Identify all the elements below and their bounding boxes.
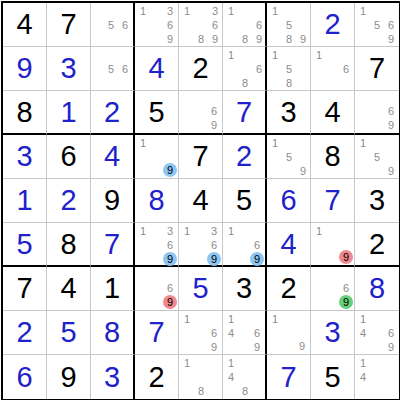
cell-r3c9[interactable]: 69	[355, 91, 399, 135]
candidate-grid: 56	[92, 4, 132, 45]
candidate-9-highlight-green: 9	[339, 295, 353, 309]
cell-r7c4[interactable]: 69	[135, 267, 179, 311]
candidate-9: 9	[384, 164, 398, 178]
solved-digit: 2	[60, 186, 76, 215]
cell-r4c1[interactable]: 3	[3, 135, 47, 179]
cell-r3c3[interactable]: 2	[91, 91, 135, 135]
cell-r5c9[interactable]: 3	[355, 179, 399, 223]
candidate-9-highlight-blue: 9	[163, 163, 177, 177]
candidate-grid: 19	[136, 136, 177, 177]
sudoku-board: 4756136913689168915892156993564216815816…	[1, 1, 400, 400]
candidate-8: 8	[194, 384, 208, 398]
candidate-1: 1	[224, 48, 238, 62]
candidate-6: 6	[118, 18, 132, 32]
cell-r8c7[interactable]: 19	[267, 311, 311, 355]
solved-digit: 8	[104, 318, 120, 347]
candidate-1: 1	[356, 356, 370, 370]
candidate-9-highlight-red: 9	[339, 250, 353, 264]
solved-digit: 6	[280, 186, 296, 215]
cell-r2c2[interactable]: 3	[47, 47, 91, 91]
candidate-9: 9	[207, 118, 221, 132]
cell-r2c5[interactable]: 2	[179, 47, 223, 91]
given-digit: 8	[60, 230, 76, 259]
candidate-grid: 19	[268, 312, 309, 353]
candidate-1: 1	[224, 4, 238, 18]
solved-digit: 4	[280, 230, 296, 259]
candidate-1: 1	[224, 224, 238, 238]
solved-digit: 8	[369, 274, 385, 303]
candidate-8: 8	[238, 384, 252, 398]
cell-r5c8[interactable]: 7	[311, 179, 355, 223]
solved-digit: 6	[16, 363, 32, 392]
candidate-1: 1	[268, 136, 282, 150]
candidate-8: 8	[194, 32, 208, 46]
given-digit: 2	[148, 363, 164, 392]
given-digit: 3	[369, 186, 385, 215]
cell-r4c3[interactable]: 4	[91, 135, 135, 179]
candidate-6: 6	[250, 326, 264, 340]
cell-r1c4[interactable]: 1369	[135, 3, 179, 47]
solved-digit: 2	[16, 318, 32, 347]
cell-r9c3[interactable]: 3	[91, 355, 135, 399]
candidate-6: 6	[252, 62, 266, 76]
solved-digit: 8	[148, 186, 164, 215]
given-digit: 3	[236, 274, 252, 303]
cell-r1c6[interactable]: 1689	[223, 3, 267, 47]
cell-r9c7[interactable]: 7	[267, 355, 311, 399]
candidate-6: 6	[207, 104, 221, 118]
cell-r2c4[interactable]: 4	[135, 47, 179, 91]
candidate-8: 8	[282, 76, 296, 90]
cell-r1c1[interactable]: 4	[3, 3, 47, 47]
candidate-1: 1	[224, 312, 238, 326]
cell-r2c8[interactable]: 16	[311, 47, 355, 91]
cell-r8c3[interactable]: 8	[91, 311, 135, 355]
cell-r9c8[interactable]: 5	[311, 355, 355, 399]
candidate-9-highlight-blue: 9	[250, 252, 264, 266]
cell-r4c2[interactable]: 6	[47, 135, 91, 179]
candidate-grid: 1369	[136, 4, 177, 45]
solved-digit: 5	[60, 318, 76, 347]
cell-r8c1[interactable]: 2	[3, 311, 47, 355]
cell-r3c7[interactable]: 3	[267, 91, 311, 135]
cell-r6c6[interactable]: 169	[223, 223, 267, 267]
solved-digit: 7	[236, 98, 252, 127]
given-digit: 4	[16, 10, 32, 39]
candidate-3: 3	[163, 224, 177, 238]
cell-r7c8[interactable]: 69	[311, 267, 355, 311]
candidate-grid: 1369	[136, 224, 177, 264]
cell-r4c9[interactable]: 159	[355, 135, 399, 179]
cell-r9c6[interactable]: 148	[223, 355, 267, 399]
candidate-8: 8	[238, 32, 252, 46]
cell-r9c2[interactable]: 9	[47, 355, 91, 399]
candidate-grid: 56	[92, 48, 132, 89]
cell-r1c5[interactable]: 13689	[179, 3, 223, 47]
candidate-6: 6	[384, 326, 398, 340]
cell-r2c9[interactable]: 7	[355, 47, 399, 91]
candidate-9: 9	[384, 118, 398, 132]
candidate-1: 1	[180, 356, 194, 370]
candidate-grid: 14	[356, 356, 398, 398]
cell-r8c6[interactable]: 1469	[223, 311, 267, 355]
solved-digit: 5	[16, 230, 32, 259]
solved-digit: 3	[60, 54, 76, 83]
cell-r1c2[interactable]: 7	[47, 3, 91, 47]
cell-r4c4[interactable]: 19	[135, 135, 179, 179]
solved-digit: 2	[236, 142, 252, 171]
cell-r3c1[interactable]: 8	[3, 91, 47, 135]
cell-r3c6[interactable]: 7	[223, 91, 267, 135]
candidate-6: 6	[252, 18, 266, 32]
cell-r1c9[interactable]: 1569	[355, 3, 399, 47]
candidate-1: 1	[356, 136, 370, 150]
given-digit: 8	[16, 98, 32, 127]
cell-r2c7[interactable]: 158	[267, 47, 311, 91]
solved-digit: 2	[104, 98, 120, 127]
solved-digit: 1	[60, 98, 76, 127]
solved-digit: 4	[104, 142, 120, 171]
given-digit: 4	[324, 98, 340, 127]
candidate-grid: 1369	[180, 224, 221, 264]
candidate-6: 6	[118, 62, 132, 76]
candidate-9: 9	[384, 32, 398, 46]
cell-r7c6[interactable]: 3	[223, 267, 267, 311]
cell-r8c4[interactable]: 7	[135, 311, 179, 355]
given-digit: 2	[369, 230, 385, 259]
candidate-grid: 1569	[356, 4, 398, 45]
solved-digit: 3	[324, 318, 340, 347]
candidate-9: 9	[163, 32, 177, 46]
candidate-9: 9	[296, 164, 310, 178]
candidate-5: 5	[370, 18, 384, 32]
cell-r9c1[interactable]: 6	[3, 355, 47, 399]
cell-r1c3[interactable]: 56	[91, 3, 135, 47]
candidate-6: 6	[163, 281, 177, 295]
candidate-1: 1	[180, 4, 194, 18]
candidate-3: 3	[208, 4, 222, 18]
cell-r6c8[interactable]: 19	[311, 223, 355, 267]
candidate-grid: 13689	[180, 4, 221, 45]
candidate-grid: 1689	[224, 4, 264, 45]
candidate-grid: 168	[224, 48, 264, 89]
cell-r7c5[interactable]: 5	[179, 267, 223, 311]
candidate-9: 9	[384, 340, 398, 354]
candidate-1: 1	[136, 136, 150, 150]
solved-digit: 1	[16, 186, 32, 215]
candidate-grid: 159	[268, 136, 309, 177]
cell-r3c2[interactable]: 1	[47, 91, 91, 135]
candidate-6: 6	[163, 238, 177, 252]
cell-r2c1[interactable]: 9	[3, 47, 47, 91]
candidate-1: 1	[180, 312, 194, 326]
cell-r8c8[interactable]: 3	[311, 311, 355, 355]
candidate-3: 3	[163, 4, 177, 18]
candidate-1: 1	[268, 48, 282, 62]
candidate-1: 1	[356, 312, 370, 326]
candidate-grid: 16	[312, 48, 353, 89]
cell-r6c4[interactable]: 1369	[135, 223, 179, 267]
candidate-grid: 1589	[268, 4, 309, 45]
candidate-1: 1	[180, 224, 194, 238]
cell-r4c7[interactable]: 159	[267, 135, 311, 179]
candidate-6: 6	[250, 238, 264, 252]
cell-r7c1[interactable]: 7	[3, 267, 47, 311]
cell-r5c7[interactable]: 6	[267, 179, 311, 223]
candidate-grid: 158	[268, 48, 309, 89]
candidate-6: 6	[207, 238, 221, 252]
candidate-9: 9	[252, 32, 266, 46]
cell-r4c5[interactable]: 7	[179, 135, 223, 179]
candidate-1: 1	[268, 4, 282, 18]
candidate-grid: 1469	[356, 312, 398, 353]
candidate-grid: 69	[312, 268, 353, 309]
candidate-1: 1	[356, 4, 370, 18]
cell-r6c1[interactable]: 5	[3, 223, 47, 267]
candidate-grid: 69	[356, 92, 398, 132]
given-digit: 9	[104, 186, 120, 215]
candidate-grid: 19	[312, 224, 353, 264]
solved-digit: 3	[16, 142, 32, 171]
cell-r5c4[interactable]: 8	[135, 179, 179, 223]
candidate-6: 6	[384, 18, 398, 32]
candidate-9: 9	[295, 339, 309, 353]
candidate-3: 3	[207, 224, 221, 238]
cell-r8c9[interactable]: 1469	[355, 311, 399, 355]
cell-r9c5[interactable]: 18	[179, 355, 223, 399]
candidate-5: 5	[282, 18, 296, 32]
solved-digit: 4	[148, 54, 164, 83]
cell-r6c3[interactable]: 7	[91, 223, 135, 267]
given-digit: 7	[369, 54, 385, 83]
candidate-6: 6	[339, 281, 353, 295]
candidate-1: 1	[224, 356, 238, 370]
candidate-9: 9	[208, 32, 222, 46]
given-digit: 1	[104, 274, 120, 303]
given-digit: 5	[148, 98, 164, 127]
candidate-8: 8	[282, 32, 296, 46]
cell-r1c7[interactable]: 1589	[267, 3, 311, 47]
cell-r6c5[interactable]: 1369	[179, 223, 223, 267]
cell-r7c9[interactable]: 8	[355, 267, 399, 311]
candidate-6: 6	[339, 62, 353, 76]
solved-digit: 9	[16, 54, 32, 83]
given-digit: 7	[192, 142, 208, 171]
cell-r6c9[interactable]: 2	[355, 223, 399, 267]
cell-r6c2[interactable]: 8	[47, 223, 91, 267]
solved-digit: 7	[104, 230, 120, 259]
given-digit: 2	[192, 54, 208, 83]
given-digit: 7	[60, 10, 76, 39]
given-digit: 5	[324, 363, 340, 392]
solved-digit: 2	[324, 10, 340, 39]
candidate-9: 9	[296, 32, 310, 46]
candidate-9-highlight-blue: 9	[163, 252, 177, 266]
candidate-grid: 169	[224, 224, 264, 264]
cell-r5c5[interactable]: 4	[179, 179, 223, 223]
cell-r4c8[interactable]: 8	[311, 135, 355, 179]
cell-r2c3[interactable]: 56	[91, 47, 135, 91]
given-digit: 7	[16, 274, 32, 303]
solved-digit: 7	[324, 186, 340, 215]
cell-r3c5[interactable]: 69	[179, 91, 223, 135]
candidate-4: 4	[356, 370, 370, 384]
candidate-6: 6	[208, 18, 222, 32]
cell-r7c7[interactable]: 2	[267, 267, 311, 311]
given-digit: 5	[236, 186, 252, 215]
given-digit: 9	[60, 363, 76, 392]
candidate-1: 1	[268, 312, 282, 326]
candidate-9-highlight-blue: 9	[207, 252, 221, 266]
cell-r8c5[interactable]: 169	[179, 311, 223, 355]
cell-r3c8[interactable]: 4	[311, 91, 355, 135]
candidate-9: 9	[250, 340, 264, 354]
cell-r4c6[interactable]: 2	[223, 135, 267, 179]
cell-r1c8[interactable]: 2	[311, 3, 355, 47]
candidate-1: 1	[136, 224, 150, 238]
candidate-8: 8	[238, 76, 252, 90]
solved-digit: 7	[148, 318, 164, 347]
candidate-9: 9	[207, 340, 221, 354]
candidate-grid: 148	[224, 356, 264, 398]
cell-r5c6[interactable]: 5	[223, 179, 267, 223]
sudoku-page: 4756136913689168915892156993564216815816…	[0, 0, 400, 400]
candidate-4: 4	[356, 326, 370, 340]
candidate-6: 6	[163, 18, 177, 32]
cell-r5c1[interactable]: 1	[3, 179, 47, 223]
solved-digit: 5	[192, 274, 208, 303]
candidate-grid: 1469	[224, 312, 264, 353]
candidate-1: 1	[136, 4, 150, 18]
candidate-6: 6	[384, 104, 398, 118]
cell-r2c6[interactable]: 168	[223, 47, 267, 91]
candidate-5: 5	[282, 150, 296, 164]
candidate-5: 5	[104, 62, 118, 76]
candidate-4: 4	[224, 326, 238, 340]
given-digit: 2	[280, 274, 296, 303]
candidate-9-highlight-red: 9	[163, 295, 177, 309]
candidate-1: 1	[312, 224, 326, 238]
given-digit: 4	[60, 274, 76, 303]
solved-digit: 3	[104, 363, 120, 392]
candidate-grid: 69	[180, 92, 221, 132]
cell-r5c2[interactable]: 2	[47, 179, 91, 223]
given-digit: 3	[280, 98, 296, 127]
candidate-grid: 69	[136, 268, 177, 309]
given-digit: 8	[324, 142, 340, 171]
candidate-1: 1	[312, 48, 326, 62]
candidate-5: 5	[104, 18, 118, 32]
cell-r5c3[interactable]: 9	[91, 179, 135, 223]
solved-digit: 7	[280, 363, 296, 392]
cell-r7c3[interactable]: 1	[91, 267, 135, 311]
candidate-4: 4	[224, 370, 238, 384]
cell-r7c2[interactable]: 4	[47, 267, 91, 311]
cell-r6c7[interactable]: 4	[267, 223, 311, 267]
cell-r8c2[interactable]: 5	[47, 311, 91, 355]
cell-r9c9[interactable]: 14	[355, 355, 399, 399]
cell-r9c4[interactable]: 2	[135, 355, 179, 399]
given-digit: 6	[60, 142, 76, 171]
candidate-5: 5	[282, 62, 296, 76]
candidate-grid: 18	[180, 356, 221, 398]
cell-r3c4[interactable]: 5	[135, 91, 179, 135]
given-digit: 4	[192, 186, 208, 215]
candidate-grid: 169	[180, 312, 221, 353]
candidate-grid: 159	[356, 136, 398, 177]
candidate-6: 6	[207, 326, 221, 340]
candidate-5: 5	[370, 150, 384, 164]
